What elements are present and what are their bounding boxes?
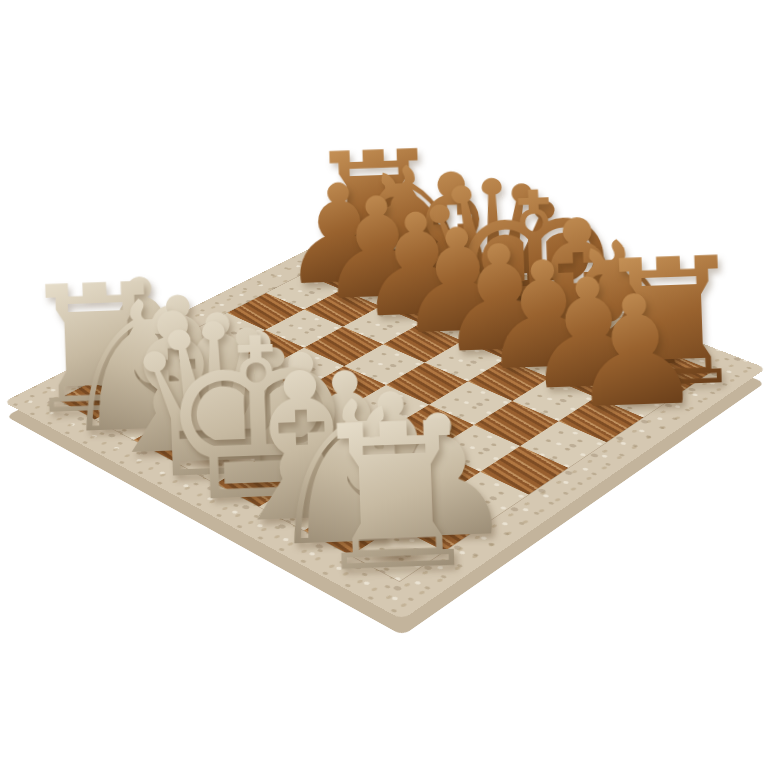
product-photo-scene: ♜♞♝♛♚♝♞♜♟♟♟♟♟♟♟♟♟♟♟♟♟♟♟♟♜♞♝♛♚♝♞♜ (0, 0, 767, 767)
rook-glyph: ♜ (303, 394, 489, 600)
pieces-layer: ♜♞♝♛♚♝♞♜♟♟♟♟♟♟♟♟♟♟♟♟♟♟♟♟♜♞♝♛♚♝♞♜ (0, 0, 767, 767)
board-tilt-wrapper: ♜♞♝♛♚♝♞♜♟♟♟♟♟♟♟♟♟♟♟♟♟♟♟♟♜♞♝♛♚♝♞♜ (0, 0, 767, 767)
black-pawn-h7[interactable]: ♟ (565, 275, 706, 432)
white-rook-h1[interactable]: ♜ (303, 394, 489, 600)
pawn-glyph: ♟ (565, 275, 706, 432)
